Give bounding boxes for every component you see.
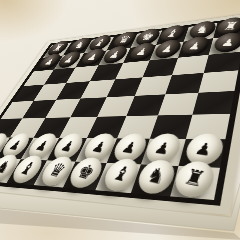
black-knight-glyph: ♞: [193, 24, 212, 35]
black-pawn-glyph: ♟: [43, 57, 57, 65]
white-queen-glyph: ♛: [45, 161, 68, 181]
black-pawn-glyph: ♟: [134, 47, 150, 56]
white-king-glyph: ♚: [74, 162, 98, 183]
black-pawn-glyph: ♟: [86, 53, 101, 62]
white-pawn-glyph: ♟: [34, 138, 52, 153]
black-pawn-glyph: ♟: [108, 50, 123, 59]
white-knight-glyph: ♞: [143, 165, 169, 189]
black-bishop-glyph: ♝: [163, 28, 181, 38]
black-bishop-glyph: ♝: [92, 38, 109, 47]
white-pawn-glyph: ♟: [90, 139, 110, 155]
white-pawn-glyph: ♟: [7, 138, 25, 152]
black-rook-glyph: ♜: [221, 21, 240, 32]
square-h1[interactable]: ♜: [170, 166, 220, 200]
chess-set-photo: ♜♞♝♛♚♝♞♜♟♟♟♟♟♟♟♟♟♟♟♟♟♟♟♟♜♞♝♛♚♝♞♜: [0, 0, 240, 240]
piece-white-rook-h1[interactable]: ♜: [172, 161, 217, 199]
black-pawn-glyph: ♟: [160, 44, 176, 54]
white-bishop-glyph: ♝: [16, 159, 38, 178]
black-pawn-glyph: ♟: [220, 37, 237, 47]
white-rook-glyph: ♜: [181, 166, 208, 191]
black-queen-glyph: ♛: [116, 35, 133, 45]
chess-board: ♜♞♝♛♚♝♞♜♟♟♟♟♟♟♟♟♟♟♟♟♟♟♟♟♜♞♝♛♚♝♞♜: [0, 19, 240, 200]
white-pawn-glyph: ♟: [59, 139, 78, 154]
black-king-glyph: ♚: [139, 32, 156, 42]
board-plane: ♜♞♝♛♚♝♞♜♟♟♟♟♟♟♟♟♟♟♟♟♟♟♟♟♜♞♝♛♚♝♞♜: [0, 19, 240, 200]
square-h4[interactable]: [192, 91, 234, 115]
black-pawn-glyph: ♟: [62, 55, 76, 64]
black-pawn-glyph: ♟: [187, 41, 204, 51]
square-h5[interactable]: [198, 70, 238, 92]
white-pawn-glyph: ♟: [120, 139, 140, 156]
white-pawn-glyph: ♟: [193, 140, 215, 159]
white-pawn-glyph: ♟: [153, 139, 174, 157]
black-rook-glyph: ♜: [50, 44, 66, 53]
piece-white-pawn-h2[interactable]: ♟: [183, 133, 226, 165]
white-bishop-glyph: ♝: [109, 163, 134, 185]
